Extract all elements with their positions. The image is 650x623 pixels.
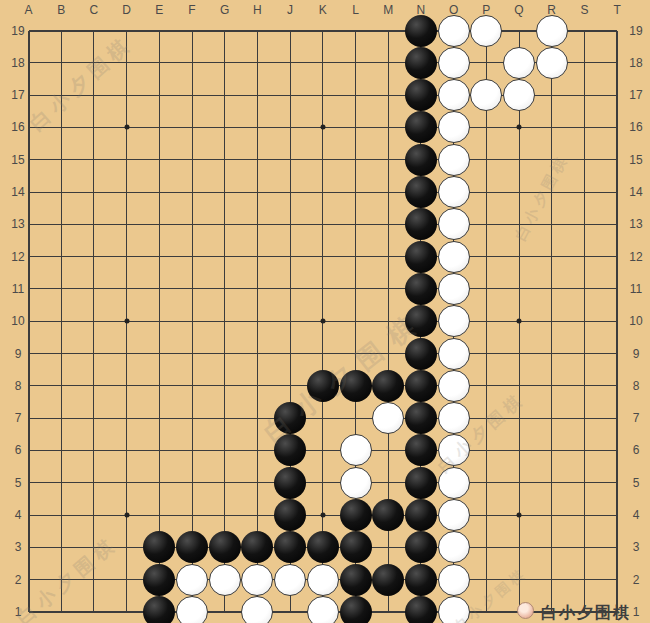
star-point-K10 — [320, 319, 325, 324]
col-label-H: H — [253, 3, 262, 17]
col-label-F: F — [188, 3, 195, 17]
brand-footer-text: 白小夕围棋 — [541, 603, 631, 623]
stone-white-O15 — [438, 144, 470, 176]
stone-white-J2 — [274, 564, 306, 596]
row-label-left-6: 6 — [15, 443, 22, 457]
col-label-S: S — [580, 3, 588, 17]
grid-line-vertical — [486, 31, 487, 612]
stone-black-J6 — [274, 434, 306, 466]
stone-black-N19 — [405, 15, 437, 47]
stone-black-J7 — [274, 402, 306, 434]
stone-white-O14 — [438, 176, 470, 208]
stone-black-N8 — [405, 370, 437, 402]
stone-black-J3 — [274, 531, 306, 563]
stone-white-Q18 — [503, 47, 535, 79]
stone-black-K3 — [307, 531, 339, 563]
row-label-left-3: 3 — [15, 540, 22, 554]
stone-black-L1 — [340, 596, 372, 623]
row-label-left-5: 5 — [15, 476, 22, 490]
col-label-E: E — [155, 3, 163, 17]
row-label-right-14: 14 — [629, 185, 642, 199]
row-label-right-7: 7 — [633, 411, 640, 425]
watermark-text: 白小夕围棋 — [511, 151, 572, 244]
stone-white-O13 — [438, 208, 470, 240]
stone-black-E1 — [143, 596, 175, 623]
row-label-left-11: 11 — [12, 282, 24, 296]
row-label-left-1: 1 — [15, 605, 22, 619]
stone-black-J4 — [274, 499, 306, 531]
row-label-right-17: 17 — [629, 88, 642, 102]
stone-white-O1 — [438, 596, 470, 623]
go-diagram-screenshot: ABCDEFGHJKLMNOPQRST191817161514131211109… — [0, 0, 650, 623]
row-label-left-18: 18 — [11, 56, 24, 70]
row-label-right-1: 1 — [633, 605, 640, 619]
grid-line-horizontal — [29, 482, 618, 483]
stone-black-N13 — [405, 208, 437, 240]
stone-black-N9 — [405, 338, 437, 370]
col-label-M: M — [383, 3, 393, 17]
stone-black-N2 — [405, 564, 437, 596]
stone-black-M8 — [372, 370, 404, 402]
row-label-left-13: 13 — [11, 217, 24, 231]
stone-white-P19 — [470, 15, 502, 47]
stone-white-O4 — [438, 499, 470, 531]
stone-white-F2 — [176, 564, 208, 596]
col-label-G: G — [220, 3, 229, 17]
stone-black-N7 — [405, 402, 437, 434]
stone-black-N16 — [405, 111, 437, 143]
stone-black-M4 — [372, 499, 404, 531]
stone-white-O7 — [438, 402, 470, 434]
stone-black-N3 — [405, 531, 437, 563]
stone-black-H3 — [241, 531, 273, 563]
stone-white-O10 — [438, 305, 470, 337]
grid-line-vertical — [616, 31, 618, 612]
row-label-left-12: 12 — [11, 250, 24, 264]
row-label-left-17: 17 — [11, 88, 24, 102]
stone-white-O2 — [438, 564, 470, 596]
row-label-right-16: 16 — [629, 120, 642, 134]
stone-black-L8 — [340, 370, 372, 402]
stone-white-O12 — [438, 241, 470, 273]
stone-black-L3 — [340, 531, 372, 563]
star-point-K4 — [320, 513, 325, 518]
stone-white-O3 — [438, 531, 470, 563]
row-label-left-2: 2 — [15, 573, 22, 587]
row-label-right-9: 9 — [633, 347, 640, 361]
col-label-C: C — [90, 3, 99, 17]
star-point-D10 — [124, 319, 129, 324]
row-label-left-9: 9 — [15, 347, 22, 361]
row-label-left-14: 14 — [11, 185, 24, 199]
stone-black-N17 — [405, 79, 437, 111]
star-point-Q10 — [517, 319, 522, 324]
col-label-A: A — [24, 3, 32, 17]
grid-line-horizontal — [29, 418, 618, 419]
stone-black-N11 — [405, 273, 437, 305]
star-point-K16 — [320, 125, 325, 130]
stone-black-N1 — [405, 596, 437, 623]
stone-black-L4 — [340, 499, 372, 531]
row-label-right-13: 13 — [629, 217, 642, 231]
stone-black-J5 — [274, 467, 306, 499]
stone-white-O8 — [438, 370, 470, 402]
col-label-D: D — [122, 3, 131, 17]
stone-black-N6 — [405, 434, 437, 466]
row-label-left-15: 15 — [11, 153, 24, 167]
stone-white-R18 — [536, 47, 568, 79]
grid-line-horizontal — [29, 353, 618, 354]
star-point-D4 — [124, 513, 129, 518]
grid-line-vertical — [551, 31, 552, 612]
row-label-right-15: 15 — [629, 153, 642, 167]
stone-black-K8 — [307, 370, 339, 402]
stone-white-O9 — [438, 338, 470, 370]
stone-white-F1 — [176, 596, 208, 623]
grid-line-vertical — [584, 31, 585, 612]
row-label-left-8: 8 — [15, 379, 22, 393]
row-label-right-8: 8 — [633, 379, 640, 393]
stone-white-Q17 — [503, 79, 535, 111]
row-label-right-19: 19 — [629, 24, 642, 38]
row-label-right-4: 4 — [633, 508, 640, 522]
row-label-right-10: 10 — [629, 314, 642, 328]
stone-white-O17 — [438, 79, 470, 111]
grid-line-horizontal — [29, 450, 618, 451]
row-label-left-4: 4 — [15, 508, 22, 522]
go-board: ABCDEFGHJKLMNOPQRST191817161514131211109… — [0, 0, 650, 623]
stone-white-O16 — [438, 111, 470, 143]
watermark-text: 白小夕围棋 — [24, 30, 139, 137]
col-label-Q: Q — [514, 3, 523, 17]
stone-white-K2 — [307, 564, 339, 596]
brand-logo-icon — [517, 602, 534, 619]
stone-black-N14 — [405, 176, 437, 208]
col-label-K: K — [319, 3, 327, 17]
stone-black-N15 — [405, 144, 437, 176]
stone-white-H1 — [241, 596, 273, 623]
row-label-right-5: 5 — [633, 476, 640, 490]
star-point-Q16 — [517, 125, 522, 130]
row-label-right-6: 6 — [633, 443, 640, 457]
row-label-left-19: 19 — [11, 24, 24, 38]
stone-white-K1 — [307, 596, 339, 623]
star-point-D16 — [124, 125, 129, 130]
stone-black-N10 — [405, 305, 437, 337]
stone-black-E2 — [143, 564, 175, 596]
col-label-B: B — [57, 3, 65, 17]
star-point-Q4 — [517, 513, 522, 518]
stone-black-G3 — [209, 531, 241, 563]
stone-white-O5 — [438, 467, 470, 499]
row-label-left-7: 7 — [15, 411, 22, 425]
stone-black-N12 — [405, 241, 437, 273]
row-label-left-16: 16 — [11, 120, 24, 134]
stone-white-L6 — [340, 434, 372, 466]
stone-black-L2 — [340, 564, 372, 596]
stone-white-M7 — [372, 402, 404, 434]
row-label-right-2: 2 — [633, 573, 640, 587]
row-label-right-12: 12 — [629, 250, 642, 264]
stone-white-R19 — [536, 15, 568, 47]
stone-black-N18 — [405, 47, 437, 79]
stone-black-N5 — [405, 467, 437, 499]
stone-black-F3 — [176, 531, 208, 563]
stone-white-O11 — [438, 273, 470, 305]
stone-white-O18 — [438, 47, 470, 79]
row-label-right-3: 3 — [633, 540, 640, 554]
stone-black-M2 — [372, 564, 404, 596]
stone-white-O6 — [438, 434, 470, 466]
stone-white-H2 — [241, 564, 273, 596]
stone-black-N4 — [405, 499, 437, 531]
row-label-right-18: 18 — [629, 56, 642, 70]
stone-white-O19 — [438, 15, 470, 47]
col-label-J: J — [287, 3, 293, 17]
stone-white-G2 — [209, 564, 241, 596]
row-label-left-10: 10 — [11, 314, 24, 328]
stone-white-L5 — [340, 467, 372, 499]
row-label-right-11: 11 — [630, 282, 642, 296]
stone-black-E3 — [143, 531, 175, 563]
stone-white-P17 — [470, 79, 502, 111]
col-label-L: L — [352, 3, 359, 17]
col-label-T: T — [613, 3, 620, 17]
